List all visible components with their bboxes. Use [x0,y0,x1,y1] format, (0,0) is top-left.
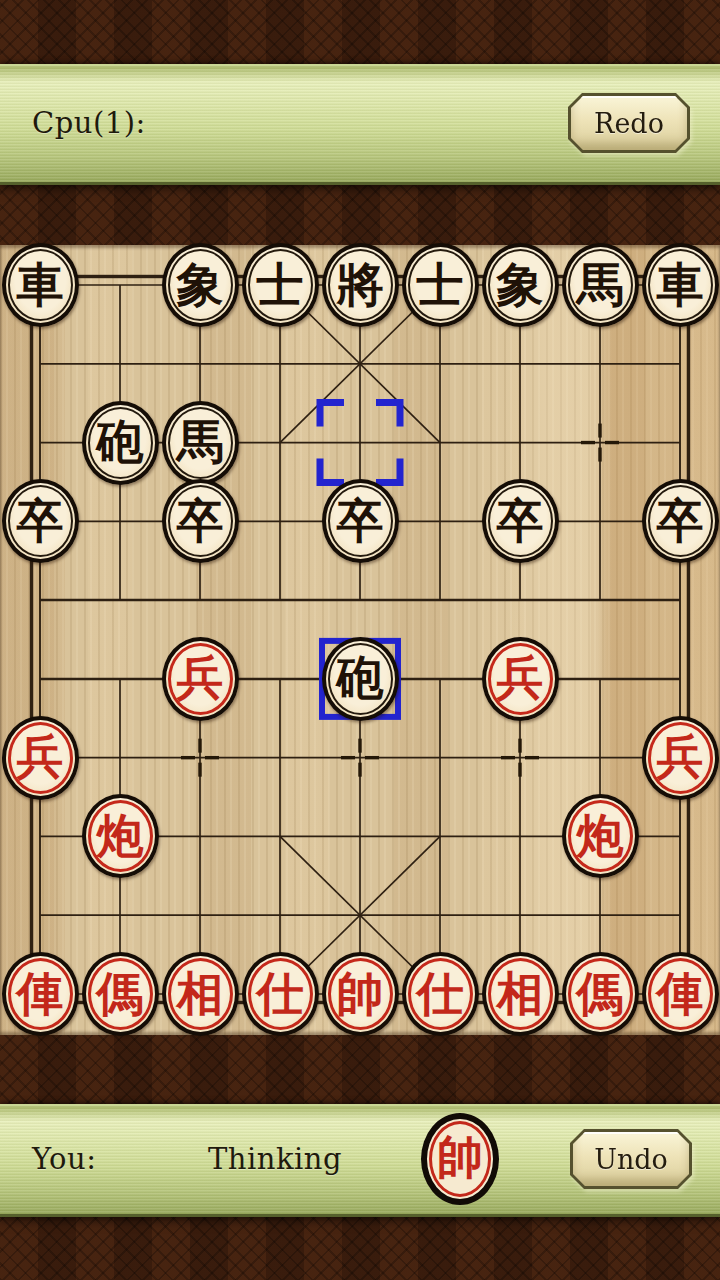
piece-glyph: 馬 [577,261,624,308]
cpu-status-bar: Cpu(1): Redo [0,64,720,185]
piece-glyph: 將 [337,261,384,308]
piece-glyph: 仕 [257,970,304,1017]
piece-black-horse[interactable]: 馬 [162,401,239,485]
piece-glyph: 相 [177,970,224,1017]
piece-red-horse[interactable]: 傌 [82,952,159,1036]
piece-black-soldier[interactable]: 卒 [482,479,559,563]
redo-button-face: Redo [571,96,687,150]
piece-glyph: 車 [657,261,704,308]
turn-indicator-glyph: 帥 [437,1127,483,1189]
piece-glyph: 俥 [17,970,64,1017]
undo-button[interactable]: Undo [570,1129,692,1189]
piece-glyph: 兵 [177,654,224,701]
piece-glyph: 卒 [497,497,544,544]
cpu-label: Cpu(1): [32,106,146,140]
redo-button-label: Redo [594,108,664,139]
piece-glyph: 帥 [337,970,384,1017]
piece-red-chariot[interactable]: 俥 [642,952,719,1036]
piece-glyph: 炮 [577,812,624,859]
piece-black-soldier[interactable]: 卒 [2,479,79,563]
piece-glyph: 砲 [337,654,384,701]
piece-glyph: 卒 [177,497,224,544]
piece-black-horse[interactable]: 馬 [562,243,639,327]
piece-black-cannon[interactable]: 砲 [322,637,399,721]
piece-red-cannon[interactable]: 炮 [562,794,639,878]
piece-red-elephant[interactable]: 相 [162,952,239,1036]
piece-black-general[interactable]: 將 [322,243,399,327]
piece-red-horse[interactable]: 傌 [562,952,639,1036]
undo-button-face: Undo [573,1132,689,1186]
piece-glyph: 象 [177,261,224,308]
piece-red-cannon[interactable]: 炮 [82,794,159,878]
piece-glyph: 砲 [97,418,144,465]
piece-red-chariot[interactable]: 俥 [2,952,79,1036]
piece-red-general[interactable]: 帥 [322,952,399,1036]
engine-status-text: Thinking [208,1142,342,1176]
piece-black-elephant[interactable]: 象 [482,243,559,327]
piece-glyph: 士 [257,261,304,308]
app-background: Cpu(1): Redo 車象士將士象馬車砲馬卒卒卒卒卒兵砲兵兵兵炮炮俥傌相仕帥… [0,0,720,1280]
piece-red-elephant[interactable]: 相 [482,952,559,1036]
piece-glyph: 卒 [17,497,64,544]
piece-black-soldier[interactable]: 卒 [322,479,399,563]
piece-black-chariot[interactable]: 車 [2,243,79,327]
piece-black-chariot[interactable]: 車 [642,243,719,327]
piece-black-soldier[interactable]: 卒 [162,479,239,563]
piece-glyph: 卒 [657,497,704,544]
piece-black-elephant[interactable]: 象 [162,243,239,327]
piece-layer: 車象士將士象馬車砲馬卒卒卒卒卒兵砲兵兵兵炮炮俥傌相仕帥仕相傌俥 [0,245,720,1035]
piece-red-soldier[interactable]: 兵 [642,716,719,800]
piece-glyph: 馬 [177,418,224,465]
redo-button[interactable]: Redo [568,93,690,153]
piece-glyph: 相 [497,970,544,1017]
piece-red-soldier[interactable]: 兵 [482,637,559,721]
you-label: You: [32,1142,97,1176]
piece-glyph: 兵 [17,733,64,780]
piece-glyph: 仕 [417,970,464,1017]
piece-glyph: 士 [417,261,464,308]
piece-red-advisor[interactable]: 仕 [402,952,479,1036]
undo-button-label: Undo [594,1144,668,1175]
xiangqi-board[interactable]: 車象士將士象馬車砲馬卒卒卒卒卒兵砲兵兵兵炮炮俥傌相仕帥仕相傌俥 [0,245,720,1035]
piece-glyph: 車 [17,261,64,308]
player-status-bar: You: Thinking 帥 Undo [0,1104,720,1217]
piece-red-soldier[interactable]: 兵 [162,637,239,721]
piece-glyph: 傌 [577,970,624,1017]
turn-indicator-piece: 帥 [421,1113,499,1205]
piece-black-cannon[interactable]: 砲 [82,401,159,485]
piece-black-advisor[interactable]: 士 [402,243,479,327]
piece-black-soldier[interactable]: 卒 [642,479,719,563]
piece-black-advisor[interactable]: 士 [242,243,319,327]
piece-glyph: 兵 [497,654,544,701]
piece-glyph: 兵 [657,733,704,780]
piece-glyph: 俥 [657,970,704,1017]
piece-glyph: 傌 [97,970,144,1017]
piece-glyph: 象 [497,261,544,308]
piece-red-advisor[interactable]: 仕 [242,952,319,1036]
piece-red-soldier[interactable]: 兵 [2,716,79,800]
piece-glyph: 炮 [97,812,144,859]
piece-glyph: 卒 [337,497,384,544]
